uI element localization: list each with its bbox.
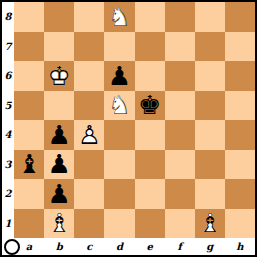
- square-d8[interactable]: ♞♘: [104, 2, 134, 32]
- white-knight-d8: ♞♘: [104, 2, 134, 32]
- file-label-c: c: [74, 238, 104, 255]
- square-h6[interactable]: [225, 61, 255, 91]
- square-f5[interactable]: [165, 91, 195, 121]
- rank-label-1: 1: [2, 209, 14, 239]
- white-knight-d5: ♞♘: [104, 91, 134, 121]
- square-g2[interactable]: [195, 179, 225, 209]
- black-pawn-d6: ♟: [104, 61, 134, 91]
- square-h3[interactable]: [225, 150, 255, 180]
- square-d7[interactable]: [104, 32, 134, 62]
- white-to-move-indicator: [4, 239, 20, 255]
- square-c4[interactable]: ♟♙: [74, 120, 104, 150]
- square-b7[interactable]: [44, 32, 74, 62]
- piece-outline: ♙: [74, 120, 104, 150]
- square-h2[interactable]: [225, 179, 255, 209]
- square-c1[interactable]: [74, 209, 104, 239]
- square-e5[interactable]: ♚: [135, 91, 165, 121]
- square-b5[interactable]: [44, 91, 74, 121]
- square-e7[interactable]: [135, 32, 165, 62]
- black-bishop-a3: ♝: [14, 150, 44, 180]
- file-label-b: b: [44, 238, 74, 255]
- chess-board: ♞♘♚♔♟♞♘♚♟♟♙♝♟♟♝♗♝♗: [14, 2, 255, 238]
- black-pawn-b4: ♟: [44, 120, 74, 150]
- rank-label-7: 7: [2, 32, 14, 62]
- square-g3[interactable]: [195, 150, 225, 180]
- square-a3[interactable]: ♝: [14, 150, 44, 180]
- black-pawn-b2: ♟: [44, 179, 74, 209]
- white-king-b6: ♚♔: [44, 61, 74, 91]
- square-f6[interactable]: [165, 61, 195, 91]
- square-a7[interactable]: [14, 32, 44, 62]
- square-g7[interactable]: [195, 32, 225, 62]
- square-e4[interactable]: [135, 120, 165, 150]
- square-f1[interactable]: [165, 209, 195, 239]
- rank-labels: 87654321: [2, 2, 14, 238]
- rank-label-2: 2: [2, 179, 14, 209]
- square-b3[interactable]: ♟: [44, 150, 74, 180]
- square-d6[interactable]: ♟: [104, 61, 134, 91]
- file-label-f: f: [165, 238, 195, 255]
- square-d5[interactable]: ♞♘: [104, 91, 134, 121]
- square-c3[interactable]: [74, 150, 104, 180]
- square-f7[interactable]: [165, 32, 195, 62]
- file-labels: abcdefgh: [14, 238, 255, 255]
- square-c7[interactable]: [74, 32, 104, 62]
- black-pawn-b3: ♟: [44, 150, 74, 180]
- square-f3[interactable]: [165, 150, 195, 180]
- square-e3[interactable]: [135, 150, 165, 180]
- rank-label-3: 3: [2, 150, 14, 180]
- rank-label-6: 6: [2, 61, 14, 91]
- square-e2[interactable]: [135, 179, 165, 209]
- square-e6[interactable]: [135, 61, 165, 91]
- square-e8[interactable]: [135, 2, 165, 32]
- square-f2[interactable]: [165, 179, 195, 209]
- white-bishop-g1: ♝♗: [195, 209, 225, 239]
- square-a4[interactable]: [14, 120, 44, 150]
- square-b6[interactable]: ♚♔: [44, 61, 74, 91]
- piece-outline: ♘: [104, 2, 134, 32]
- file-label-e: e: [135, 238, 165, 255]
- square-h7[interactable]: [225, 32, 255, 62]
- square-d1[interactable]: [104, 209, 134, 239]
- square-a1[interactable]: [14, 209, 44, 239]
- square-d4[interactable]: [104, 120, 134, 150]
- square-a8[interactable]: [14, 2, 44, 32]
- square-c6[interactable]: [74, 61, 104, 91]
- piece-outline: ♘: [104, 91, 134, 121]
- square-a2[interactable]: [14, 179, 44, 209]
- square-c8[interactable]: [74, 2, 104, 32]
- piece-outline: ♔: [44, 61, 74, 91]
- square-h5[interactable]: [225, 91, 255, 121]
- square-e1[interactable]: [135, 209, 165, 239]
- chess-diagram: 87654321 ♞♘♚♔♟♞♘♚♟♟♙♝♟♟♝♗♝♗ abcdefgh: [0, 0, 257, 257]
- square-g6[interactable]: [195, 61, 225, 91]
- square-g8[interactable]: [195, 2, 225, 32]
- rank-label-8: 8: [2, 2, 14, 32]
- white-bishop-b1: ♝♗: [44, 209, 74, 239]
- white-pawn-c4: ♟♙: [74, 120, 104, 150]
- square-g5[interactable]: [195, 91, 225, 121]
- square-g4[interactable]: [195, 120, 225, 150]
- square-h4[interactable]: [225, 120, 255, 150]
- square-h8[interactable]: [225, 2, 255, 32]
- black-king-e5: ♚: [135, 91, 165, 121]
- square-d3[interactable]: [104, 150, 134, 180]
- square-f8[interactable]: [165, 2, 195, 32]
- square-b1[interactable]: ♝♗: [44, 209, 74, 239]
- square-b4[interactable]: ♟: [44, 120, 74, 150]
- square-d2[interactable]: [104, 179, 134, 209]
- file-label-h: h: [225, 238, 255, 255]
- square-b2[interactable]: ♟: [44, 179, 74, 209]
- square-a6[interactable]: [14, 61, 44, 91]
- file-label-g: g: [195, 238, 225, 255]
- rank-label-4: 4: [2, 120, 14, 150]
- square-a5[interactable]: [14, 91, 44, 121]
- square-f4[interactable]: [165, 120, 195, 150]
- piece-outline: ♗: [195, 209, 225, 239]
- rank-label-5: 5: [2, 91, 14, 121]
- square-c5[interactable]: [74, 91, 104, 121]
- piece-outline: ♗: [44, 209, 74, 239]
- file-label-d: d: [104, 238, 134, 255]
- square-g1[interactable]: ♝♗: [195, 209, 225, 239]
- square-c2[interactable]: [74, 179, 104, 209]
- square-h1[interactable]: [225, 209, 255, 239]
- square-b8[interactable]: [44, 2, 74, 32]
